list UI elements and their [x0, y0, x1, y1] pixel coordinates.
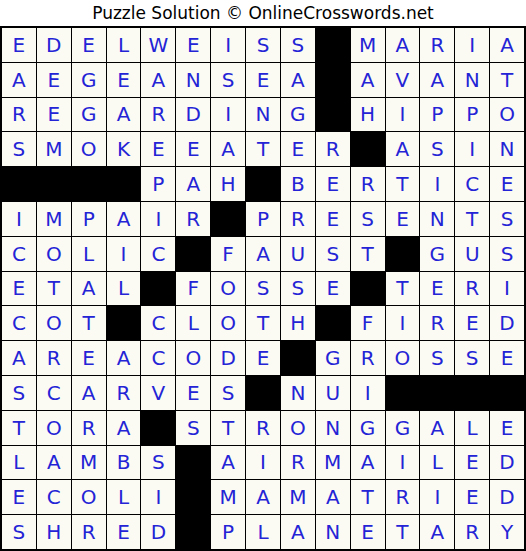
cell-r13c11: A [351, 446, 385, 480]
cell-r13c12: I [386, 446, 420, 480]
cell-r1c9: S [281, 28, 315, 62]
cell-r13c15: D [490, 446, 524, 480]
cell-r13c4: B [107, 446, 141, 480]
cell-r12c8: R [246, 411, 280, 445]
cell-r9c5: C [141, 306, 175, 340]
cell-r10c10: G [316, 341, 350, 375]
cell-r4c3: O [72, 132, 106, 166]
cell-r2c2: E [37, 63, 71, 97]
cell-r14c11: T [351, 480, 385, 514]
cell-r1c4: L [107, 28, 141, 62]
cell-r12c7: T [211, 411, 245, 445]
cell-r5c9: B [281, 167, 315, 201]
cell-r8c13: E [420, 272, 454, 306]
cell-r9c11: F [351, 306, 385, 340]
cell-r8c2: T [37, 272, 71, 306]
black-cell-r11c8 [246, 376, 280, 410]
cell-r1c7: I [211, 28, 245, 62]
cell-r13c2: A [37, 446, 71, 480]
cell-r8c14: R [455, 272, 489, 306]
cell-r5c10: E [316, 167, 350, 201]
cell-r4c14: I [455, 132, 489, 166]
cell-r11c3: A [72, 376, 106, 410]
cell-r15c1: S [2, 515, 36, 549]
cell-r7c13: G [420, 237, 454, 271]
cell-r9c13: R [420, 306, 454, 340]
cell-r2c8: E [246, 63, 280, 97]
cell-r1c3: E [72, 28, 106, 62]
cell-r12c14: L [455, 411, 489, 445]
cell-r7c15: S [490, 237, 524, 271]
cell-r3c3: G [72, 98, 106, 132]
cell-r15c9: A [281, 515, 315, 549]
cell-r7c10: S [316, 237, 350, 271]
cell-r2c7: S [211, 63, 245, 97]
cell-r11c7: S [211, 376, 245, 410]
black-cell-r11c13 [420, 376, 454, 410]
page-title: Puzzle Solution © OnlineCrosswords.net [0, 0, 526, 26]
cell-r13c5: S [141, 446, 175, 480]
cell-r9c1: C [2, 306, 36, 340]
cell-r6c9: R [281, 202, 315, 236]
cell-r10c14: S [455, 341, 489, 375]
cell-r5c14: C [455, 167, 489, 201]
cell-r1c11: M [351, 28, 385, 62]
cell-r9c14: E [455, 306, 489, 340]
cell-r13c13: L [420, 446, 454, 480]
cell-r11c5: V [141, 376, 175, 410]
cell-r11c1: S [2, 376, 36, 410]
black-cell-r5c8 [246, 167, 280, 201]
cell-r6c6: R [176, 202, 210, 236]
crossword-grid: EDELWEISSMARIAAEGEANSEAAVANTREGARDINGHIP… [0, 26, 526, 551]
cell-r11c10: U [316, 376, 350, 410]
black-cell-r11c12 [386, 376, 420, 410]
cell-r14c15: D [490, 480, 524, 514]
cell-r14c13: I [420, 480, 454, 514]
cell-r2c1: A [2, 63, 36, 97]
black-cell-r11c14 [455, 376, 489, 410]
black-cell-r5c1 [2, 167, 36, 201]
cell-r7c14: U [455, 237, 489, 271]
black-cell-r13c6 [176, 446, 210, 480]
cell-r2c4: E [107, 63, 141, 97]
cell-r4c2: M [37, 132, 71, 166]
black-cell-r9c4 [107, 306, 141, 340]
cell-r3c7: I [211, 98, 245, 132]
cell-r3c14: P [455, 98, 489, 132]
cell-r2c13: A [420, 63, 454, 97]
cell-r7c3: L [72, 237, 106, 271]
cell-r13c8: I [246, 446, 280, 480]
cell-r4c7: A [211, 132, 245, 166]
black-cell-r5c4 [107, 167, 141, 201]
black-cell-r12c5 [141, 411, 175, 445]
black-cell-r6c7 [211, 202, 245, 236]
cell-r9c12: I [386, 306, 420, 340]
cell-r3c2: E [37, 98, 71, 132]
cell-r11c4: R [107, 376, 141, 410]
black-cell-r1c10 [316, 28, 350, 62]
cell-r12c13: A [420, 411, 454, 445]
cell-r7c4: I [107, 237, 141, 271]
cell-r15c5: D [141, 515, 175, 549]
black-cell-r5c3 [72, 167, 106, 201]
cell-r2c15: T [490, 63, 524, 97]
cell-r8c12: T [386, 272, 420, 306]
cell-r15c13: A [420, 515, 454, 549]
cell-r9c6: L [176, 306, 210, 340]
cell-r8c7: O [211, 272, 245, 306]
cell-r10c6: O [176, 341, 210, 375]
cell-r2c5: A [141, 63, 175, 97]
black-cell-r14c6 [176, 480, 210, 514]
black-cell-r8c11 [351, 272, 385, 306]
cell-r1c6: E [176, 28, 210, 62]
cell-r3c12: I [386, 98, 420, 132]
cell-r8c1: E [2, 272, 36, 306]
cell-r5c11: R [351, 167, 385, 201]
cell-r14c5: I [141, 480, 175, 514]
cell-r4c4: K [107, 132, 141, 166]
cell-r14c9: M [281, 480, 315, 514]
cell-r2c6: N [176, 63, 210, 97]
cell-r14c14: E [455, 480, 489, 514]
cell-r8c6: F [176, 272, 210, 306]
cell-r8c15: I [490, 272, 524, 306]
cell-r3c4: A [107, 98, 141, 132]
cell-r5c7: H [211, 167, 245, 201]
cell-r10c4: A [107, 341, 141, 375]
cell-r7c8: A [246, 237, 280, 271]
cell-r15c11: E [351, 515, 385, 549]
cell-r8c4: L [107, 272, 141, 306]
cell-r13c7: A [211, 446, 245, 480]
cell-r12c15: E [490, 411, 524, 445]
black-cell-r8c5 [141, 272, 175, 306]
cell-r13c10: M [316, 446, 350, 480]
cell-r9c8: T [246, 306, 280, 340]
cell-r1c12: A [386, 28, 420, 62]
cell-r15c2: H [37, 515, 71, 549]
cell-r8c8: S [246, 272, 280, 306]
black-cell-r15c6 [176, 515, 210, 549]
cell-r10c5: C [141, 341, 175, 375]
cell-r6c11: S [351, 202, 385, 236]
cell-r10c12: O [386, 341, 420, 375]
cell-r15c14: R [455, 515, 489, 549]
cell-r4c13: S [420, 132, 454, 166]
cell-r4c6: E [176, 132, 210, 166]
cell-r6c5: I [141, 202, 175, 236]
cell-r15c12: T [386, 515, 420, 549]
black-cell-r3c10 [316, 98, 350, 132]
cell-r5c6: A [176, 167, 210, 201]
cell-r14c10: A [316, 480, 350, 514]
cell-r6c12: E [386, 202, 420, 236]
black-cell-r9c10 [316, 306, 350, 340]
cell-r1c14: I [455, 28, 489, 62]
cell-r6c4: A [107, 202, 141, 236]
cell-r4c10: R [316, 132, 350, 166]
cell-r1c13: R [420, 28, 454, 62]
cell-r12c4: A [107, 411, 141, 445]
cell-r13c1: L [2, 446, 36, 480]
cell-r10c13: S [420, 341, 454, 375]
cell-r14c12: R [386, 480, 420, 514]
cell-r3c13: P [420, 98, 454, 132]
cell-r15c3: R [72, 515, 106, 549]
cell-r12c9: O [281, 411, 315, 445]
cell-r5c13: I [420, 167, 454, 201]
cell-r13c9: R [281, 446, 315, 480]
cell-r2c11: A [351, 63, 385, 97]
cell-r6c14: T [455, 202, 489, 236]
cell-r12c1: T [2, 411, 36, 445]
cell-r6c8: P [246, 202, 280, 236]
cell-r5c15: E [490, 167, 524, 201]
cell-r5c12: T [386, 167, 420, 201]
cell-r3c1: R [2, 98, 36, 132]
cell-r6c15: S [490, 202, 524, 236]
cell-r15c15: Y [490, 515, 524, 549]
black-cell-r5c2 [37, 167, 71, 201]
cell-r3c11: H [351, 98, 385, 132]
cell-r8c10: E [316, 272, 350, 306]
cell-r10c7: D [211, 341, 245, 375]
cell-r4c5: E [141, 132, 175, 166]
cell-r14c1: E [2, 480, 36, 514]
black-cell-r4c11 [351, 132, 385, 166]
cell-r8c9: S [281, 272, 315, 306]
cell-r9c7: O [211, 306, 245, 340]
cell-r13c14: E [455, 446, 489, 480]
cell-r14c3: O [72, 480, 106, 514]
cell-r14c2: C [37, 480, 71, 514]
cell-r15c8: L [246, 515, 280, 549]
cell-r4c9: E [281, 132, 315, 166]
black-cell-r11c15 [490, 376, 524, 410]
cell-r15c10: N [316, 515, 350, 549]
cell-r3c9: G [281, 98, 315, 132]
cell-r9c15: D [490, 306, 524, 340]
cell-r12c11: G [351, 411, 385, 445]
cell-r7c1: C [2, 237, 36, 271]
cell-r14c8: A [246, 480, 280, 514]
black-cell-r10c9 [281, 341, 315, 375]
cell-r12c6: S [176, 411, 210, 445]
cell-r7c7: F [211, 237, 245, 271]
cell-r11c9: N [281, 376, 315, 410]
cell-r6c2: M [37, 202, 71, 236]
cell-r7c11: T [351, 237, 385, 271]
cell-r9c3: T [72, 306, 106, 340]
cell-r2c3: G [72, 63, 106, 97]
cell-r12c10: N [316, 411, 350, 445]
cell-r10c8: E [246, 341, 280, 375]
cell-r15c7: P [211, 515, 245, 549]
cell-r4c8: T [246, 132, 280, 166]
cell-r8c3: A [72, 272, 106, 306]
cell-r10c15: E [490, 341, 524, 375]
cell-r11c6: E [176, 376, 210, 410]
cell-r14c7: M [211, 480, 245, 514]
cell-r2c9: A [281, 63, 315, 97]
cell-r3c6: D [176, 98, 210, 132]
cell-r11c11: I [351, 376, 385, 410]
cell-r12c12: G [386, 411, 420, 445]
cell-r10c1: A [2, 341, 36, 375]
cell-r7c2: O [37, 237, 71, 271]
cell-r1c1: E [2, 28, 36, 62]
black-cell-r2c10 [316, 63, 350, 97]
cell-r14c4: L [107, 480, 141, 514]
cell-r7c5: C [141, 237, 175, 271]
cell-r2c12: V [386, 63, 420, 97]
cell-r1c8: S [246, 28, 280, 62]
cell-r10c3: E [72, 341, 106, 375]
cell-r4c12: A [386, 132, 420, 166]
cell-r13c3: M [72, 446, 106, 480]
black-cell-r7c12 [386, 237, 420, 271]
cell-r2c14: N [455, 63, 489, 97]
cell-r6c10: E [316, 202, 350, 236]
cell-r4c15: N [490, 132, 524, 166]
cell-r3c8: N [246, 98, 280, 132]
puzzle-solution-page: Puzzle Solution © OnlineCrosswords.net E… [0, 0, 526, 551]
cell-r7c9: U [281, 237, 315, 271]
cell-r6c3: P [72, 202, 106, 236]
cell-r5c5: P [141, 167, 175, 201]
cell-r1c15: A [490, 28, 524, 62]
cell-r3c15: O [490, 98, 524, 132]
cell-r12c3: R [72, 411, 106, 445]
cell-r3c5: R [141, 98, 175, 132]
cell-r12c2: O [37, 411, 71, 445]
cell-r6c13: N [420, 202, 454, 236]
cell-r4c1: S [2, 132, 36, 166]
cell-r9c2: O [37, 306, 71, 340]
cell-r1c2: D [37, 28, 71, 62]
cell-r11c2: C [37, 376, 71, 410]
cell-r1c5: W [141, 28, 175, 62]
cell-r15c4: E [107, 515, 141, 549]
cell-r9c9: H [281, 306, 315, 340]
black-cell-r7c6 [176, 237, 210, 271]
cell-r6c1: I [2, 202, 36, 236]
cell-r10c2: R [37, 341, 71, 375]
cell-r10c11: R [351, 341, 385, 375]
